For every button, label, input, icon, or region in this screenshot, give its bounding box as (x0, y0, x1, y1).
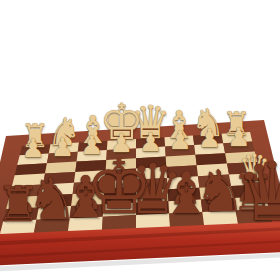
dark-square (73, 181, 105, 194)
dark-square (231, 184, 266, 198)
light-square (17, 154, 49, 166)
light-square (222, 132, 253, 143)
dark-square (236, 209, 272, 224)
light-square (136, 167, 167, 180)
dark-square (136, 137, 165, 148)
dark-square (166, 165, 198, 178)
dark-square (20, 144, 51, 155)
light-square (36, 206, 71, 220)
light-square (107, 139, 136, 150)
dark-square (198, 175, 231, 188)
light-square (136, 147, 166, 159)
dark-square (75, 160, 106, 172)
light-square (229, 173, 263, 186)
light-square (49, 143, 79, 154)
dark-square (169, 212, 204, 227)
light-square (68, 217, 103, 231)
dark-square (168, 188, 201, 202)
light-square (233, 197, 268, 211)
dark-square (136, 157, 166, 169)
light-square (194, 143, 225, 155)
light-square (41, 183, 74, 196)
light-square (167, 176, 199, 189)
dark-square (15, 163, 47, 175)
light-square (71, 193, 104, 206)
light-square (168, 200, 202, 214)
light-square (136, 214, 170, 228)
dark-square (78, 141, 108, 152)
dark-square (39, 194, 73, 207)
dark-square (43, 172, 75, 185)
light-square (77, 150, 107, 162)
light-square (45, 162, 77, 174)
light-square (199, 186, 233, 200)
light-square (104, 180, 136, 193)
dark-square (104, 191, 136, 204)
light-square (6, 196, 41, 209)
dark-square (223, 142, 255, 154)
dark-square (106, 148, 136, 160)
light-square (74, 170, 106, 183)
light-square (136, 189, 168, 202)
chess-board (0, 0, 280, 280)
light-square (202, 211, 238, 226)
light-square (197, 164, 229, 177)
dark-square (136, 178, 168, 191)
dark-square (227, 162, 260, 175)
dark-square (9, 184, 43, 197)
dark-square (201, 198, 236, 212)
light-square (225, 152, 257, 164)
light-square (166, 155, 197, 167)
light-square (103, 203, 136, 217)
dark-square (195, 153, 227, 165)
dark-square (3, 208, 39, 222)
light-square (106, 158, 136, 170)
dark-square (70, 204, 104, 218)
dark-square (105, 169, 136, 182)
light-square (165, 136, 195, 147)
dark-square (165, 145, 195, 157)
dark-square (193, 134, 223, 145)
dark-square (136, 201, 169, 215)
chess-set-photo: ♜♞♝♛♚♝♞♜♟♟♟♟♟♟♟♟♟♟♟♟♟♟♟♟♜♞♝♛♚♝♞♜♛♛ (0, 0, 280, 280)
light-square (12, 174, 45, 186)
dark-square (102, 215, 136, 229)
dark-square (34, 218, 70, 232)
dark-square (47, 152, 78, 164)
light-square (0, 220, 36, 234)
